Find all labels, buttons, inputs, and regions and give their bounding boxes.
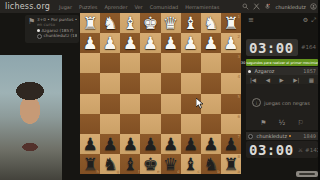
chess-board: ♜♞♝♚♛♝♞♜1♟♟♟♟♟♟♟♟23456♟♟♟♟♟♟♟♟7♜h♞g♝f♚e♛…	[80, 13, 241, 174]
gear-icon[interactable]: ⚙	[303, 16, 308, 24]
square-d1[interactable]: ♛	[161, 13, 181, 33]
expand-icon[interactable]: ⤢	[311, 16, 316, 24]
square-g3[interactable]	[100, 53, 120, 73]
file-label: e	[157, 169, 159, 174]
move-controls: |◀ ◀ ▶ ▶| ▦	[246, 75, 318, 84]
square-h1[interactable]: ♜	[80, 13, 100, 33]
square-h8[interactable]: ♜h	[80, 154, 100, 174]
black-piece-r[interactable]: ♜	[82, 154, 97, 174]
rank-label: 2	[237, 34, 240, 39]
white-tournament-rank: #164	[301, 44, 316, 50]
square-d8[interactable]: ♛d	[161, 154, 181, 174]
panel-toolbar: ≡ ⚙⤢	[246, 16, 318, 25]
square-e4[interactable]	[140, 73, 160, 93]
square-c2[interactable]: ♟	[181, 33, 201, 53]
square-h5[interactable]	[80, 94, 100, 114]
square-g7[interactable]: ♟	[100, 134, 120, 154]
rank-label: 4	[237, 74, 240, 79]
square-f1[interactable]: ♝	[120, 13, 140, 33]
next-move-button[interactable]: ▶	[279, 77, 283, 83]
toast-pill[interactable]	[296, 171, 318, 177]
black-player-row[interactable]: chunkledutz 1849	[246, 132, 318, 140]
white-piece-n[interactable]: ♞	[203, 13, 218, 33]
mouse-cursor	[196, 98, 204, 109]
menu-icon[interactable]: ≡	[248, 16, 254, 24]
nav-right: chunkledutz	[242, 0, 317, 13]
square-c7[interactable]: ♟	[181, 134, 201, 154]
last-move-button[interactable]: ▶|	[293, 77, 299, 83]
square-g1[interactable]: ♞	[100, 13, 120, 33]
rank-label: 6	[237, 114, 240, 119]
square-g5[interactable]	[100, 94, 120, 114]
square-c3[interactable]	[181, 53, 201, 73]
crossed-swords-icon: ⚔	[298, 146, 303, 153]
square-e3[interactable]	[140, 53, 160, 73]
square-c6[interactable]	[181, 114, 201, 134]
square-b6[interactable]	[201, 114, 221, 134]
white-piece-q[interactable]: ♛	[163, 13, 178, 33]
white-clock: 03:00	[246, 39, 298, 56]
white-color-dot	[37, 29, 40, 32]
square-a2[interactable]: ♟2	[221, 33, 241, 53]
rank-label: 3	[237, 54, 240, 59]
lichess-round-page: lichess.org JugarPuzzlesAprenderVerComun…	[0, 0, 320, 180]
white-piece-b[interactable]: ♝	[183, 13, 198, 33]
square-g4[interactable]	[100, 73, 120, 93]
square-f2[interactable]: ♟	[120, 33, 140, 53]
webcam-overlay	[0, 55, 62, 180]
square-d4[interactable]	[161, 73, 181, 93]
white-piece-r[interactable]: ♜	[223, 13, 238, 33]
black-piece-r[interactable]: ♜	[223, 154, 238, 174]
square-a3[interactable]: 3	[221, 53, 241, 73]
white-piece-p[interactable]: ♟	[82, 33, 97, 53]
black-piece-k[interactable]: ♚	[143, 154, 158, 174]
prev-move-button[interactable]: ◀	[266, 77, 270, 83]
game-meta-text: 3+0 • Por puntos • Blitz en curso Azgaro…	[37, 17, 77, 41]
square-a8[interactable]: ♜8a	[221, 154, 241, 174]
nav-username[interactable]: chunkledutz	[275, 4, 306, 10]
square-a5[interactable]: 5	[221, 94, 241, 114]
nav-menu: JugarPuzzlesAprenderVerComunidadHerramie…	[59, 4, 219, 10]
square-a7[interactable]: ♟7	[221, 134, 241, 154]
white-piece-p[interactable]: ♟	[163, 33, 178, 53]
black-piece-p[interactable]: ♟	[123, 134, 138, 154]
square-d2[interactable]: ♟	[161, 33, 181, 53]
black-clock: 03:00 ⚔ #142	[246, 141, 318, 158]
white-player-row[interactable]: Azgaroz 1857	[246, 67, 318, 75]
square-h3[interactable]	[80, 53, 100, 73]
rank-label: 5	[237, 94, 240, 99]
white-piece-n[interactable]: ♞	[103, 13, 118, 33]
square-e8[interactable]: ♚e	[140, 154, 160, 174]
square-a6[interactable]: 6	[221, 114, 241, 134]
square-c8[interactable]: ♝c	[181, 154, 201, 174]
square-b8[interactable]: ♞b	[201, 154, 221, 174]
analysis-board-button[interactable]: ▦	[309, 77, 314, 83]
square-f4[interactable]	[120, 73, 140, 93]
file-label: h	[97, 169, 100, 174]
trophy-icon: ⚑	[28, 17, 37, 41]
black-piece-p[interactable]: ♟	[183, 134, 198, 154]
offer-draw-icon[interactable]: ½	[279, 119, 286, 127]
challenge-swords-icon[interactable]	[253, 3, 260, 10]
square-e2[interactable]: ♟	[140, 33, 160, 53]
square-f3[interactable]	[120, 53, 140, 73]
black-color-dot	[37, 34, 42, 39]
black-player-line[interactable]: chunkledutz (1849)	[37, 33, 77, 38]
square-c4[interactable]	[181, 73, 201, 93]
square-b4[interactable]	[201, 73, 221, 93]
black-piece-b[interactable]: ♝	[123, 154, 138, 174]
white-piece-p[interactable]: ♟	[123, 33, 138, 53]
square-h6[interactable]	[80, 114, 100, 134]
game-meta-box: ⚑ 3+0 • Por puntos • Blitz en curso Azga…	[25, 15, 79, 43]
file-label: a	[238, 169, 240, 174]
white-piece-k[interactable]: ♚	[143, 13, 158, 33]
square-d7[interactable]: ♟	[161, 134, 181, 154]
black-piece-n[interactable]: ♞	[203, 154, 218, 174]
square-e7[interactable]: ♟	[140, 134, 160, 154]
info-icon: i	[252, 98, 261, 107]
white-piece-p[interactable]: ♟	[203, 33, 218, 53]
nav-item-comunidad[interactable]: Comunidad	[150, 4, 179, 10]
square-h2[interactable]: ♟	[80, 33, 100, 53]
square-d6[interactable]	[161, 114, 181, 134]
nav-item-ver[interactable]: Ver	[135, 4, 143, 10]
white-piece-p[interactable]: ♟	[143, 33, 158, 53]
search-icon[interactable]	[242, 3, 249, 10]
square-b2[interactable]: ♟	[201, 33, 221, 53]
white-piece-p[interactable]: ♟	[223, 33, 238, 53]
white-online-dot	[248, 70, 251, 73]
file-label: b	[217, 169, 220, 174]
square-c1[interactable]: ♝	[181, 13, 201, 33]
side-info: i juegas con negras	[252, 98, 310, 107]
nav-item-aprender[interactable]: Aprender	[104, 4, 127, 10]
white-piece-p[interactable]: ♟	[183, 33, 198, 53]
rank-label: 1	[237, 14, 240, 19]
square-h4[interactable]	[80, 73, 100, 93]
square-h7[interactable]: ♟	[80, 134, 100, 154]
resign-flag-icon[interactable]: ⚐	[297, 119, 303, 127]
black-piece-p[interactable]: ♟	[103, 134, 118, 154]
black-piece-p[interactable]: ♟	[163, 134, 178, 154]
black-online-dot	[248, 134, 253, 139]
black-piece-p[interactable]: ♟	[203, 134, 218, 154]
square-d5[interactable]	[161, 94, 181, 114]
abort-flag-icon[interactable]: ⚑	[260, 119, 266, 127]
black-piece-q[interactable]: ♛	[163, 154, 178, 174]
top-nav: lichess.org JugarPuzzlesAprenderVerComun…	[0, 0, 320, 13]
black-piece-p[interactable]: ♟	[143, 134, 158, 154]
white-piece-p[interactable]: ♟	[103, 33, 118, 53]
square-a4[interactable]: 4	[221, 73, 241, 93]
flair-dot-icon	[289, 135, 292, 138]
square-b1[interactable]: ♞	[201, 13, 221, 33]
nav-item-puzzles[interactable]: Puzzles	[79, 4, 97, 10]
black-piece-p[interactable]: ♟	[82, 134, 97, 154]
square-g2[interactable]: ♟	[100, 33, 120, 53]
file-label: c	[198, 169, 200, 174]
square-g8[interactable]: ♞g	[100, 154, 120, 174]
file-label: g	[117, 169, 120, 174]
black-piece-n[interactable]: ♞	[103, 154, 118, 174]
square-e1[interactable]: ♚	[140, 13, 160, 33]
square-d3[interactable]	[161, 53, 181, 73]
square-f7[interactable]: ♟	[120, 134, 140, 154]
square-b7[interactable]: ♟	[201, 134, 221, 154]
mic-icon[interactable]	[264, 3, 271, 10]
game-actions: ⚑ ½ ⚐	[246, 117, 318, 129]
square-f8[interactable]: ♝f	[120, 154, 140, 174]
black-piece-b[interactable]: ♝	[183, 154, 198, 174]
file-label: d	[177, 169, 180, 174]
rank-label: 7	[237, 134, 240, 139]
square-a1[interactable]: ♜1	[221, 13, 241, 33]
square-f6[interactable]	[120, 114, 140, 134]
lichess-logo[interactable]: lichess.org	[5, 2, 50, 11]
avatar-icon[interactable]	[310, 3, 317, 10]
square-g6[interactable]	[100, 114, 120, 134]
right-panel: ≡ ⚙⤢ 03:00 #164 30 segundos para realiza…	[246, 13, 318, 180]
white-piece-r[interactable]: ♜	[82, 13, 97, 33]
side-info-text: juegas con negras	[264, 100, 310, 106]
square-b3[interactable]	[201, 53, 221, 73]
square-e6[interactable]	[140, 114, 160, 134]
white-piece-b[interactable]: ♝	[123, 13, 138, 33]
first-move-button[interactable]: |◀	[250, 77, 256, 83]
rank-label: 8	[237, 154, 240, 159]
nav-item-herramientas[interactable]: Herramientas	[185, 4, 219, 10]
nav-item-jugar[interactable]: Jugar	[59, 4, 72, 10]
file-label: f	[138, 169, 139, 174]
square-e5[interactable]	[140, 94, 160, 114]
black-piece-p[interactable]: ♟	[223, 134, 238, 154]
square-f5[interactable]	[120, 94, 140, 114]
first-move-banner: 30 segundos para realizar el primer movi…	[246, 59, 318, 66]
